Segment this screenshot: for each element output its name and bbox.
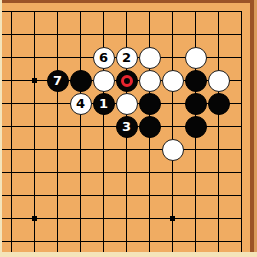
stone-white (116, 93, 138, 115)
stone-white-move-6: 6 (93, 47, 115, 69)
board-frame-right-highlight (254, 0, 257, 257)
stone-white-move-2: 2 (116, 47, 138, 69)
stone-white (162, 139, 184, 161)
stone-black-marked (116, 70, 138, 92)
stone-white (139, 47, 161, 69)
move-number-label: 3 (122, 120, 131, 133)
board-frame-left (0, 0, 2, 257)
stone-white (185, 47, 207, 69)
stone-black-move-7: 7 (47, 70, 69, 92)
stone-black (185, 70, 207, 92)
board-frame-bottom (0, 252, 257, 257)
stone-black (70, 70, 92, 92)
move-number-label: 2 (122, 51, 131, 64)
go-board: 627413 (0, 0, 257, 257)
move-number-label: 6 (99, 51, 108, 64)
stone-white-move-4: 4 (70, 93, 92, 115)
stone-black (185, 93, 207, 115)
stone-black (139, 116, 161, 138)
stones-grid: 627413 (0, 0, 253, 253)
move-number-label: 1 (99, 97, 108, 110)
stone-black (185, 116, 207, 138)
stone-white (208, 70, 230, 92)
stone-black-move-3: 3 (116, 116, 138, 138)
board-frame-top (0, 0, 257, 3)
move-number-label: 7 (53, 74, 62, 87)
stone-black (208, 93, 230, 115)
stone-white (162, 70, 184, 92)
stone-white (139, 70, 161, 92)
red-circle-marker (121, 75, 133, 87)
stone-white (93, 70, 115, 92)
stone-black-move-1: 1 (93, 93, 115, 115)
move-number-label: 4 (76, 97, 85, 110)
stone-black (139, 93, 161, 115)
